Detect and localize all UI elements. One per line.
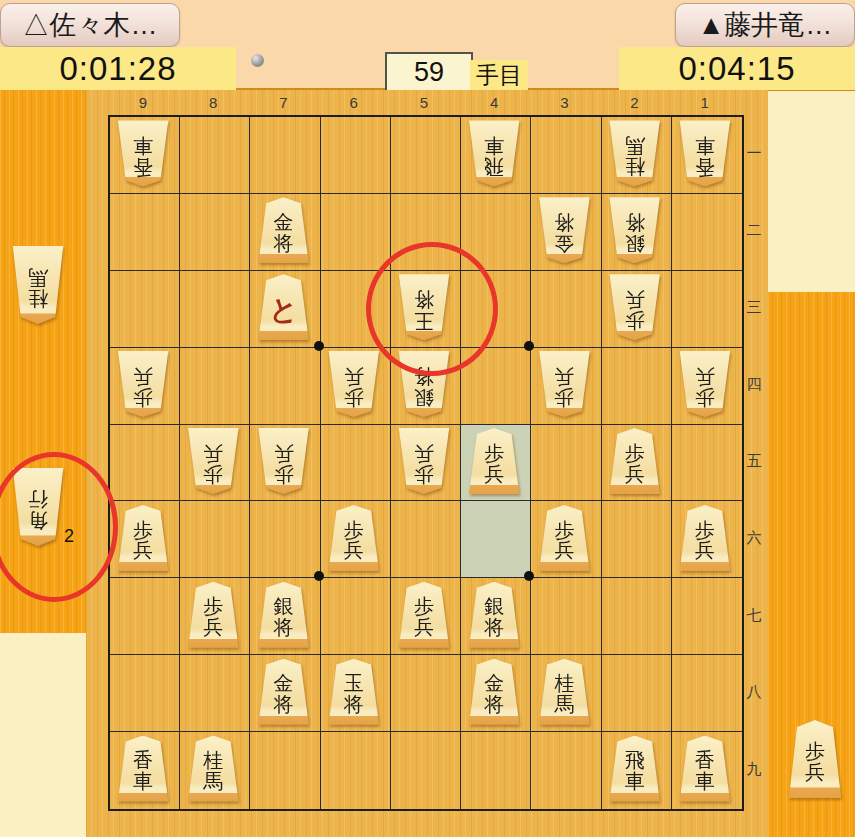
shogi-app: △佐々木… ▲藤井竜… 0:01:28 0:04:15 59 手目 987654… [0,0,855,837]
shogi-piece-歩兵[interactable]: 歩兵 [536,505,592,571]
col-label-5: 5 [389,94,459,111]
square-93[interactable] [110,271,180,348]
square-84[interactable] [180,348,250,425]
gote-clock: 0:01:28 [0,47,236,90]
shogi-piece-銀将[interactable]: 銀将 [256,582,312,648]
square-24[interactable] [602,348,672,425]
square-58[interactable] [391,655,461,732]
shogi-piece-歩兵[interactable]: 歩兵 [185,428,241,494]
square-37[interactable] [531,578,601,655]
shogi-piece-桂馬[interactable]: 桂馬 [185,736,241,802]
shogi-piece-桂馬[interactable]: 桂馬 [10,246,66,324]
square-81[interactable] [180,117,250,194]
square-97[interactable] [110,578,180,655]
square-74[interactable] [250,348,320,425]
col-label-1: 1 [670,94,740,111]
square-56[interactable] [391,501,461,578]
shogi-piece-金将[interactable]: 金将 [256,197,312,263]
col-label-7: 7 [248,94,318,111]
shogi-piece-香車[interactable]: 香車 [115,736,171,802]
shogi-piece-歩兵[interactable]: 歩兵 [786,720,844,798]
sente-clock: 0:04:15 [619,47,855,90]
shogi-piece-桂馬[interactable]: 桂馬 [536,659,592,725]
shogi-piece-歩兵[interactable]: 歩兵 [326,351,382,417]
square-59[interactable] [391,732,461,809]
shogi-piece-歩兵[interactable]: 歩兵 [115,505,171,571]
row-label-1: 一 [741,144,767,163]
shogi-piece-歩兵[interactable]: 歩兵 [607,428,663,494]
shogi-piece-銀将[interactable]: 銀将 [607,197,663,263]
shogi-piece-金将[interactable]: 金将 [536,197,592,263]
square-18[interactable] [672,655,742,732]
square-17[interactable] [672,578,742,655]
square-46[interactable] [461,501,531,578]
row-label-5: 五 [741,452,767,471]
square-92[interactable] [110,194,180,271]
square-12[interactable] [672,194,742,271]
square-15[interactable] [672,425,742,502]
square-35[interactable] [531,425,601,502]
row-label-2: 二 [741,221,767,240]
move-number-label: 手目 [470,60,528,90]
square-82[interactable] [180,194,250,271]
col-label-2: 2 [600,94,670,111]
row-label-8: 八 [741,683,767,702]
square-76[interactable] [250,501,320,578]
shogi-piece-金将[interactable]: 金将 [256,659,312,725]
square-27[interactable] [602,578,672,655]
shogi-piece-歩兵[interactable]: 歩兵 [115,351,171,417]
square-79[interactable] [250,732,320,809]
row-label-4: 四 [741,375,767,394]
col-label-6: 6 [319,94,389,111]
shogi-piece-金将[interactable]: 金将 [466,659,522,725]
star-point [524,341,534,351]
square-98[interactable] [110,655,180,732]
shogi-piece-歩兵[interactable]: 歩兵 [536,351,592,417]
shogi-piece-香車[interactable]: 香車 [677,736,733,802]
shogi-piece-歩兵[interactable]: 歩兵 [466,428,522,494]
square-13[interactable] [672,271,742,348]
square-65[interactable] [321,425,391,502]
shogi-piece-銀将[interactable]: 銀将 [466,582,522,648]
col-label-3: 3 [529,94,599,111]
square-67[interactable] [321,578,391,655]
square-26[interactable] [602,501,672,578]
shogi-piece-歩兵[interactable]: 歩兵 [677,351,733,417]
shogi-piece-歩兵[interactable]: 歩兵 [326,505,382,571]
square-61[interactable] [321,117,391,194]
square-31[interactable] [531,117,601,194]
shogi-piece-桂馬[interactable]: 桂馬 [607,120,663,186]
square-33[interactable] [531,271,601,348]
shogi-piece-と[interactable]: と [256,274,312,340]
square-28[interactable] [602,655,672,732]
shogi-piece-歩兵[interactable]: 歩兵 [185,582,241,648]
status-dot-icon [251,54,264,67]
star-point [314,571,324,581]
col-label-9: 9 [108,94,178,111]
square-88[interactable] [180,655,250,732]
square-71[interactable] [250,117,320,194]
square-49[interactable] [461,732,531,809]
col-label-4: 4 [459,94,529,111]
row-label-6: 六 [741,529,767,548]
shogi-piece-歩兵[interactable]: 歩兵 [396,428,452,494]
annotation-circle-king [366,242,498,376]
shogi-piece-歩兵[interactable]: 歩兵 [607,274,663,340]
sente-player-button[interactable]: ▲藤井竜… [675,3,855,47]
shogi-piece-飛車[interactable]: 飛車 [607,736,663,802]
square-39[interactable] [531,732,601,809]
row-label-7: 七 [741,606,767,625]
shogi-piece-歩兵[interactable]: 歩兵 [396,582,452,648]
square-51[interactable] [391,117,461,194]
star-point [314,341,324,351]
shogi-piece-香車[interactable]: 香車 [677,120,733,186]
row-label-9: 九 [741,760,767,779]
shogi-piece-飛車[interactable]: 飛車 [466,120,522,186]
shogi-piece-歩兵[interactable]: 歩兵 [256,428,312,494]
row-label-3: 三 [741,298,767,317]
shogi-piece-歩兵[interactable]: 歩兵 [677,505,733,571]
square-83[interactable] [180,271,250,348]
square-69[interactable] [321,732,391,809]
gote-player-button[interactable]: △佐々木… [0,3,180,47]
square-86[interactable] [180,501,250,578]
shogi-piece-香車[interactable]: 香車 [115,120,171,186]
shogi-piece-玉将[interactable]: 玉将 [326,659,382,725]
square-62[interactable] [321,194,391,271]
move-number-input[interactable]: 59 [385,52,473,92]
square-95[interactable] [110,425,180,502]
col-label-8: 8 [178,94,248,111]
